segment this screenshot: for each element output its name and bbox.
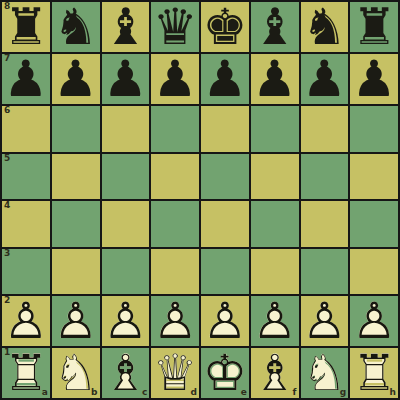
square-b4[interactable] [52, 201, 100, 247]
square-a4[interactable]: 4 [2, 201, 50, 247]
square-h1[interactable]: h♜♖ [350, 348, 398, 398]
piece-white-pawn[interactable]: ♟♙ [103, 296, 148, 346]
square-e8[interactable]: ♚ [201, 2, 249, 52]
square-g2[interactable]: ♟♙ [301, 296, 349, 346]
pawn-icon: ♟ [252, 296, 297, 346]
square-g7[interactable]: ♟ [301, 54, 349, 104]
square-f1[interactable]: f♝♗ [251, 348, 299, 398]
square-f5[interactable] [251, 154, 299, 200]
piece-white-pawn[interactable]: ♟♙ [252, 296, 297, 346]
pawn-icon: ♟ [302, 54, 347, 104]
bishop-icon: ♝ [103, 2, 148, 52]
queen-icon: ♛ [153, 2, 198, 52]
square-c8[interactable]: ♝ [102, 2, 150, 52]
knight-icon: ♞ [53, 2, 98, 52]
rook-icon: ♜ [3, 2, 48, 52]
square-e1[interactable]: e♚♔ [201, 348, 249, 398]
pawn-icon: ♟ [352, 296, 397, 346]
square-b2[interactable]: ♟♙ [52, 296, 100, 346]
square-a7[interactable]: 7♟ [2, 54, 50, 104]
square-g8[interactable]: ♞ [301, 2, 349, 52]
square-e5[interactable] [201, 154, 249, 200]
square-g1[interactable]: g♞♘ [301, 348, 349, 398]
pawn-icon: ♟ [3, 296, 48, 346]
piece-black-pawn[interactable]: ♟ [103, 54, 148, 104]
square-h4[interactable] [350, 201, 398, 247]
piece-white-pawn[interactable]: ♟♙ [153, 296, 198, 346]
square-c2[interactable]: ♟♙ [102, 296, 150, 346]
piece-black-bishop[interactable]: ♝ [103, 2, 148, 52]
piece-black-pawn[interactable]: ♟ [53, 54, 98, 104]
square-f4[interactable] [251, 201, 299, 247]
square-a1[interactable]: 1a♜♖ [2, 348, 50, 398]
square-d6[interactable] [151, 106, 199, 152]
pawn-icon: ♟ [103, 296, 148, 346]
king-icon: ♚ [202, 348, 247, 398]
piece-white-rook[interactable]: ♜♖ [3, 348, 48, 398]
knight-icon: ♞ [53, 348, 98, 398]
square-b7[interactable]: ♟ [52, 54, 100, 104]
square-d3[interactable] [151, 249, 199, 295]
square-g3[interactable] [301, 249, 349, 295]
square-a2[interactable]: 2♟♙ [2, 296, 50, 346]
pawn-icon: ♟ [252, 54, 297, 104]
piece-white-pawn[interactable]: ♟♙ [352, 296, 397, 346]
square-h6[interactable] [350, 106, 398, 152]
piece-black-pawn[interactable]: ♟ [153, 54, 198, 104]
square-c7[interactable]: ♟ [102, 54, 150, 104]
piece-white-queen[interactable]: ♛♕ [153, 348, 198, 398]
bishop-icon: ♝ [103, 348, 148, 398]
square-g4[interactable] [301, 201, 349, 247]
rank-label-4: 4 [4, 201, 10, 211]
square-e4[interactable] [201, 201, 249, 247]
rook-icon: ♜ [352, 348, 397, 398]
square-d7[interactable]: ♟ [151, 54, 199, 104]
bishop-icon: ♝ [252, 2, 297, 52]
rook-icon: ♜ [352, 2, 397, 52]
square-b6[interactable] [52, 106, 100, 152]
square-f3[interactable] [251, 249, 299, 295]
square-a8[interactable]: 8♜ [2, 2, 50, 52]
piece-white-rook[interactable]: ♜♖ [352, 348, 397, 398]
rank-label-5: 5 [4, 154, 10, 164]
square-h2[interactable]: ♟♙ [350, 296, 398, 346]
square-c3[interactable] [102, 249, 150, 295]
square-d5[interactable] [151, 154, 199, 200]
square-h7[interactable]: ♟ [350, 54, 398, 104]
square-e2[interactable]: ♟♙ [201, 296, 249, 346]
pawn-icon: ♟ [53, 296, 98, 346]
square-c4[interactable] [102, 201, 150, 247]
piece-black-pawn[interactable]: ♟ [252, 54, 297, 104]
pawn-icon: ♟ [3, 54, 48, 104]
rank-label-3: 3 [4, 249, 10, 259]
piece-white-knight[interactable]: ♞♘ [53, 348, 98, 398]
bishop-icon: ♝ [252, 348, 297, 398]
piece-black-knight[interactable]: ♞ [53, 2, 98, 52]
piece-white-king[interactable]: ♚♔ [202, 348, 247, 398]
square-a6[interactable]: 6 [2, 106, 50, 152]
piece-black-king[interactable]: ♚ [202, 2, 247, 52]
square-h3[interactable] [350, 249, 398, 295]
square-f2[interactable]: ♟♙ [251, 296, 299, 346]
pawn-icon: ♟ [53, 54, 98, 104]
square-d8[interactable]: ♛ [151, 2, 199, 52]
square-c1[interactable]: c♝♗ [102, 348, 150, 398]
square-g6[interactable] [301, 106, 349, 152]
pawn-icon: ♟ [202, 296, 247, 346]
square-h8[interactable]: ♜ [350, 2, 398, 52]
square-d4[interactable] [151, 201, 199, 247]
square-c6[interactable] [102, 106, 150, 152]
square-b5[interactable] [52, 154, 100, 200]
square-e7[interactable]: ♟ [201, 54, 249, 104]
square-c5[interactable] [102, 154, 150, 200]
piece-white-bishop[interactable]: ♝♗ [252, 348, 297, 398]
piece-black-rook[interactable]: ♜ [3, 2, 48, 52]
pawn-icon: ♟ [352, 54, 397, 104]
square-f6[interactable] [251, 106, 299, 152]
square-f8[interactable]: ♝ [251, 2, 299, 52]
knight-icon: ♞ [302, 348, 347, 398]
square-a5[interactable]: 5 [2, 154, 50, 200]
square-f7[interactable]: ♟ [251, 54, 299, 104]
piece-white-bishop[interactable]: ♝♗ [103, 348, 148, 398]
queen-icon: ♛ [153, 348, 198, 398]
pawn-icon: ♟ [302, 296, 347, 346]
piece-white-pawn[interactable]: ♟♙ [202, 296, 247, 346]
piece-white-knight[interactable]: ♞♘ [302, 348, 347, 398]
square-e3[interactable] [201, 249, 249, 295]
piece-black-queen[interactable]: ♛ [153, 2, 198, 52]
piece-black-pawn[interactable]: ♟ [3, 54, 48, 104]
square-d1[interactable]: d♛♕ [151, 348, 199, 398]
square-b3[interactable] [52, 249, 100, 295]
piece-black-pawn[interactable]: ♟ [302, 54, 347, 104]
piece-white-pawn[interactable]: ♟♙ [3, 296, 48, 346]
king-icon: ♚ [202, 2, 247, 52]
square-b8[interactable]: ♞ [52, 2, 100, 52]
square-g5[interactable] [301, 154, 349, 200]
piece-white-pawn[interactable]: ♟♙ [302, 296, 347, 346]
pawn-icon: ♟ [103, 54, 148, 104]
square-e6[interactable] [201, 106, 249, 152]
piece-black-bishop[interactable]: ♝ [252, 2, 297, 52]
piece-black-pawn[interactable]: ♟ [352, 54, 397, 104]
pawn-icon: ♟ [202, 54, 247, 104]
rook-icon: ♜ [3, 348, 48, 398]
square-d2[interactable]: ♟♙ [151, 296, 199, 346]
chess-board: 8♜♞♝♛♚♝♞♜7♟♟♟♟♟♟♟♟65432♟♙♟♙♟♙♟♙♟♙♟♙♟♙♟♙1… [0, 0, 400, 400]
pawn-icon: ♟ [153, 296, 198, 346]
rank-label-6: 6 [4, 106, 10, 116]
pawn-icon: ♟ [153, 54, 198, 104]
piece-white-pawn[interactable]: ♟♙ [53, 296, 98, 346]
piece-black-pawn[interactable]: ♟ [202, 54, 247, 104]
knight-icon: ♞ [302, 2, 347, 52]
piece-black-rook[interactable]: ♜ [352, 2, 397, 52]
square-a3[interactable]: 3 [2, 249, 50, 295]
square-h5[interactable] [350, 154, 398, 200]
piece-black-knight[interactable]: ♞ [302, 2, 347, 52]
square-b1[interactable]: b♞♘ [52, 348, 100, 398]
